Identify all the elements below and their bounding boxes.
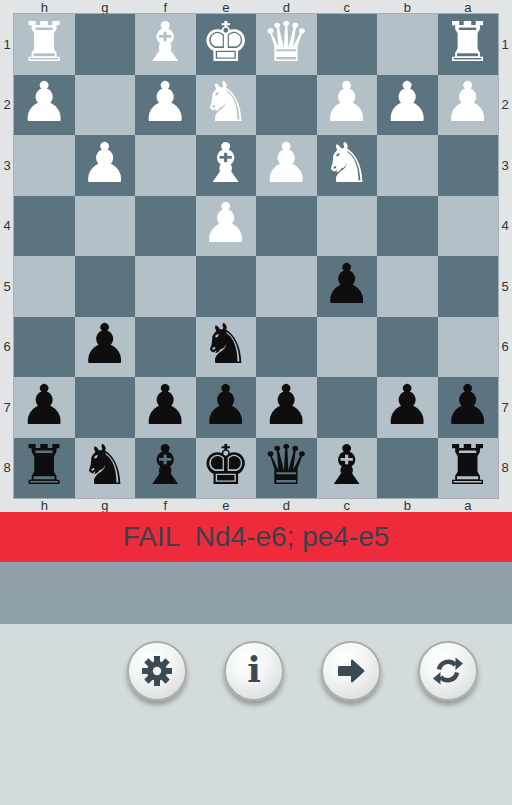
next-button[interactable] <box>321 641 381 701</box>
square-g7[interactable] <box>75 377 136 438</box>
square-c7[interactable] <box>317 377 378 438</box>
white-queen: ♛ <box>262 15 311 70</box>
info-button[interactable]: i <box>224 641 284 701</box>
black-bishop: ♝ <box>322 438 371 493</box>
file-labels-top: hgfedcba <box>14 0 498 14</box>
square-c8[interactable]: ♝ <box>317 438 378 499</box>
white-pawn: ♟ <box>80 136 129 191</box>
square-f5[interactable] <box>135 256 196 317</box>
square-f1[interactable]: ♝ <box>135 14 196 75</box>
square-g5[interactable] <box>75 256 136 317</box>
black-bishop: ♝ <box>141 438 190 493</box>
square-b1[interactable] <box>377 14 438 75</box>
rank-label-2: 2 <box>498 75 512 136</box>
square-f6[interactable] <box>135 317 196 378</box>
gear-icon <box>139 653 175 689</box>
black-pawn: ♟ <box>201 378 250 433</box>
file-label-g: g <box>75 498 136 512</box>
square-c3[interactable]: ♞ <box>317 135 378 196</box>
square-g3[interactable]: ♟ <box>75 135 136 196</box>
square-f4[interactable] <box>135 196 196 257</box>
square-d5[interactable] <box>256 256 317 317</box>
square-g8[interactable]: ♞ <box>75 438 136 499</box>
black-knight: ♞ <box>80 438 129 493</box>
rank-label-4: 4 <box>498 196 512 257</box>
white-pawn: ♟ <box>262 136 311 191</box>
square-b5[interactable] <box>377 256 438 317</box>
file-label-f: f <box>135 498 196 512</box>
square-a2[interactable]: ♟ <box>438 75 499 136</box>
white-pawn: ♟ <box>141 75 190 130</box>
square-c1[interactable] <box>317 14 378 75</box>
square-b7[interactable]: ♟ <box>377 377 438 438</box>
square-h3[interactable] <box>14 135 75 196</box>
square-d3[interactable]: ♟ <box>256 135 317 196</box>
chess-app: hgfedcba 12345678 ♜♝♚♛♜♟♟♞♟♟♟♟♝♟♞♟♟♟♞♟♟♟… <box>0 0 512 805</box>
white-rook: ♜ <box>443 15 492 70</box>
black-pawn: ♟ <box>322 257 371 312</box>
black-king: ♚ <box>201 438 250 493</box>
square-a7[interactable]: ♟ <box>438 377 499 438</box>
rank-label-8: 8 <box>498 438 512 499</box>
rank-label-5: 5 <box>498 256 512 317</box>
file-label-c: c <box>317 498 378 512</box>
file-label-b: b <box>377 0 438 14</box>
square-d4[interactable] <box>256 196 317 257</box>
rank-label-6: 6 <box>498 317 512 378</box>
white-rook: ♜ <box>20 15 69 70</box>
square-a6[interactable] <box>438 317 499 378</box>
black-pawn: ♟ <box>443 378 492 433</box>
file-label-d: d <box>256 498 317 512</box>
file-labels-bottom: hgfedcba <box>14 498 498 512</box>
square-d1[interactable]: ♛ <box>256 14 317 75</box>
square-d6[interactable] <box>256 317 317 378</box>
rank-label-7: 7 <box>498 377 512 438</box>
restart-button[interactable] <box>418 641 478 701</box>
file-label-e: e <box>196 498 257 512</box>
white-bishop: ♝ <box>201 136 250 191</box>
black-rook: ♜ <box>443 438 492 493</box>
settings-button[interactable] <box>127 641 187 701</box>
square-h5[interactable] <box>14 256 75 317</box>
square-d7[interactable]: ♟ <box>256 377 317 438</box>
move-list-panel <box>0 562 512 624</box>
square-e6[interactable]: ♞ <box>196 317 257 378</box>
white-pawn: ♟ <box>383 75 432 130</box>
rank-label-3: 3 <box>0 135 14 196</box>
square-f3[interactable] <box>135 135 196 196</box>
white-pawn: ♟ <box>201 196 250 251</box>
square-e4[interactable]: ♟ <box>196 196 257 257</box>
square-a3[interactable] <box>438 135 499 196</box>
square-f2[interactable]: ♟ <box>135 75 196 136</box>
file-label-c: c <box>317 0 378 14</box>
rank-label-2: 2 <box>0 75 14 136</box>
white-pawn: ♟ <box>322 75 371 130</box>
black-pawn: ♟ <box>80 317 129 372</box>
square-b3[interactable] <box>377 135 438 196</box>
rank-label-1: 1 <box>0 14 14 75</box>
square-a4[interactable] <box>438 196 499 257</box>
rank-labels-right: 12345678 <box>498 14 512 498</box>
black-knight: ♞ <box>201 317 250 372</box>
rank-label-8: 8 <box>0 438 14 499</box>
rank-labels-left: 12345678 <box>0 14 14 498</box>
square-h8[interactable]: ♜ <box>14 438 75 499</box>
square-b4[interactable] <box>377 196 438 257</box>
black-pawn: ♟ <box>262 378 311 433</box>
rank-label-4: 4 <box>0 196 14 257</box>
file-label-h: h <box>14 498 75 512</box>
square-c6[interactable] <box>317 317 378 378</box>
rank-label-1: 1 <box>498 14 512 75</box>
square-e7[interactable]: ♟ <box>196 377 257 438</box>
white-pawn: ♟ <box>443 75 492 130</box>
file-label-b: b <box>377 498 438 512</box>
square-c4[interactable] <box>317 196 378 257</box>
square-h2[interactable]: ♟ <box>14 75 75 136</box>
rank-label-6: 6 <box>0 317 14 378</box>
controls-bar: i <box>0 624 512 805</box>
white-knight: ♞ <box>201 75 250 130</box>
square-b2[interactable]: ♟ <box>377 75 438 136</box>
status-banner: FAIL Nd4-e6; pe4-e5 <box>0 512 512 562</box>
white-bishop: ♝ <box>141 15 190 70</box>
square-d8[interactable]: ♛ <box>256 438 317 499</box>
square-f7[interactable]: ♟ <box>135 377 196 438</box>
square-h6[interactable] <box>14 317 75 378</box>
square-e3[interactable]: ♝ <box>196 135 257 196</box>
square-f8[interactable]: ♝ <box>135 438 196 499</box>
black-pawn: ♟ <box>383 378 432 433</box>
square-g4[interactable] <box>75 196 136 257</box>
square-a1[interactable]: ♜ <box>438 14 499 75</box>
square-h1[interactable]: ♜ <box>14 14 75 75</box>
black-rook: ♜ <box>20 438 69 493</box>
square-e1[interactable]: ♚ <box>196 14 257 75</box>
black-pawn: ♟ <box>20 378 69 433</box>
rank-label-7: 7 <box>0 377 14 438</box>
square-b6[interactable] <box>377 317 438 378</box>
square-h7[interactable]: ♟ <box>14 377 75 438</box>
square-d2[interactable] <box>256 75 317 136</box>
square-e5[interactable] <box>196 256 257 317</box>
square-e2[interactable]: ♞ <box>196 75 257 136</box>
square-c5[interactable]: ♟ <box>317 256 378 317</box>
file-label-a: a <box>438 498 499 512</box>
board: ♜♝♚♛♜♟♟♞♟♟♟♟♝♟♞♟♟♟♞♟♟♟♟♟♟♜♞♝♚♛♝♜ <box>14 14 498 498</box>
arrow-right-icon <box>334 654 368 688</box>
rank-label-3: 3 <box>498 135 512 196</box>
square-h4[interactable] <box>14 196 75 257</box>
square-g6[interactable]: ♟ <box>75 317 136 378</box>
refresh-icon <box>431 654 465 688</box>
square-g2[interactable] <box>75 75 136 136</box>
square-a8[interactable]: ♜ <box>438 438 499 499</box>
white-king: ♚ <box>201 15 250 70</box>
square-g1[interactable] <box>75 14 136 75</box>
square-b8[interactable] <box>377 438 438 499</box>
square-e8[interactable]: ♚ <box>196 438 257 499</box>
info-icon: i <box>247 651 261 687</box>
square-c2[interactable]: ♟ <box>317 75 378 136</box>
square-a5[interactable] <box>438 256 499 317</box>
file-label-g: g <box>75 0 136 14</box>
white-pawn: ♟ <box>20 75 69 130</box>
rank-label-5: 5 <box>0 256 14 317</box>
board-area: hgfedcba 12345678 ♜♝♚♛♜♟♟♞♟♟♟♟♝♟♞♟♟♟♞♟♟♟… <box>0 0 512 512</box>
black-pawn: ♟ <box>141 378 190 433</box>
black-queen: ♛ <box>262 438 311 493</box>
white-knight: ♞ <box>322 136 371 191</box>
